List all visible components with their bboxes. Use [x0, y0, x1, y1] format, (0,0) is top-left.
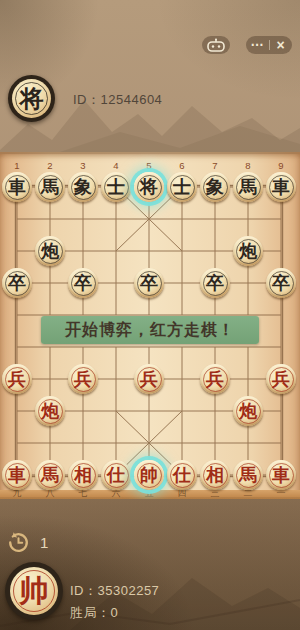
file-label: 3: [67, 160, 100, 171]
opponent-avatar-piece-char: 将: [20, 87, 44, 111]
piece-red-兵[interactable]: 兵: [68, 364, 98, 394]
window-controls: ⋯ ×: [246, 36, 292, 54]
piece-black-馬[interactable]: 馬: [35, 172, 65, 202]
file-label: 2: [34, 160, 67, 171]
player-avatar: 帅: [5, 562, 63, 620]
close-button[interactable]: ×: [270, 36, 292, 54]
piece-red-兵[interactable]: 兵: [266, 364, 296, 394]
player-wins-value: 0: [111, 605, 119, 620]
piece-red-馬[interactable]: 馬: [233, 460, 263, 490]
piece-red-仕[interactable]: 仕: [101, 460, 131, 490]
piece-red-相[interactable]: 相: [68, 460, 98, 490]
opponent-id: ID：12544604: [73, 91, 162, 109]
file-label: 5: [133, 160, 166, 171]
piece-black-車[interactable]: 車: [2, 172, 32, 202]
piece-red-相[interactable]: 相: [200, 460, 230, 490]
player-id-value: 35302257: [98, 583, 160, 598]
more-button[interactable]: ⋯: [247, 36, 269, 54]
player-id: ID：35302257: [70, 582, 159, 600]
player-wins: 胜局：0: [70, 604, 118, 622]
more-icon: ⋯: [251, 37, 265, 52]
player-wins-label: 胜局：: [70, 605, 111, 620]
opponent-avatar: 将: [8, 75, 55, 122]
file-label: 7: [199, 160, 232, 171]
file-label: 4: [100, 160, 133, 171]
piece-black-車[interactable]: 車: [266, 172, 296, 202]
piece-red-炮[interactable]: 炮: [35, 396, 65, 426]
piece-black-卒[interactable]: 卒: [200, 268, 230, 298]
file-label: 8: [232, 160, 265, 171]
file-label: 9: [265, 160, 298, 171]
player-id-label: ID：: [70, 583, 98, 598]
piece-black-象[interactable]: 象: [68, 172, 98, 202]
piece-black-士[interactable]: 士: [101, 172, 131, 202]
board-top-numbers: 123456789: [1, 160, 298, 171]
gamepad-icon: [207, 38, 225, 52]
piece-black-炮[interactable]: 炮: [233, 236, 263, 266]
banner-text: 开始博弈，红方走棋！: [65, 320, 235, 341]
piece-red-馬[interactable]: 馬: [35, 460, 65, 490]
piece-red-車[interactable]: 車: [266, 460, 296, 490]
xiangqi-board[interactable]: 123456789 九八七六五四三二一 車馬象士将士象馬車炮炮卒卒卒卒卒兵兵兵兵…: [0, 152, 300, 499]
piece-black-卒[interactable]: 卒: [134, 268, 164, 298]
game-center-button[interactable]: [202, 36, 230, 54]
piece-black-卒[interactable]: 卒: [2, 268, 32, 298]
piece-red-兵[interactable]: 兵: [2, 364, 32, 394]
piece-black-象[interactable]: 象: [200, 172, 230, 202]
piece-black-炮[interactable]: 炮: [35, 236, 65, 266]
opponent-id-value: 12544604: [101, 92, 163, 107]
move-timer: 1: [6, 530, 48, 555]
piece-red-兵[interactable]: 兵: [134, 364, 164, 394]
piece-black-卒[interactable]: 卒: [266, 268, 296, 298]
piece-black-士[interactable]: 士: [167, 172, 197, 202]
file-label: 6: [166, 160, 199, 171]
piece-red-帥[interactable]: 帥: [134, 460, 164, 490]
piece-red-炮[interactable]: 炮: [233, 396, 263, 426]
timer-count: 1: [40, 534, 48, 551]
piece-red-車[interactable]: 車: [2, 460, 32, 490]
file-label: 1: [1, 160, 34, 171]
piece-black-将[interactable]: 将: [134, 172, 164, 202]
close-icon: ×: [276, 37, 284, 53]
background-vignette-top: [0, 0, 300, 152]
piece-red-兵[interactable]: 兵: [200, 364, 230, 394]
piece-red-仕[interactable]: 仕: [167, 460, 197, 490]
player-avatar-piece-char: 帅: [19, 576, 49, 606]
game-start-banner: 开始博弈，红方走棋！: [41, 316, 259, 344]
piece-black-卒[interactable]: 卒: [68, 268, 98, 298]
clock-icon: [6, 530, 31, 555]
opponent-id-label: ID：: [73, 92, 101, 107]
piece-black-馬[interactable]: 馬: [233, 172, 263, 202]
xiangqi-match-screen: ⋯ × 将 ID：12544604 123456789 九八七六五四三二一 車馬…: [0, 0, 300, 630]
